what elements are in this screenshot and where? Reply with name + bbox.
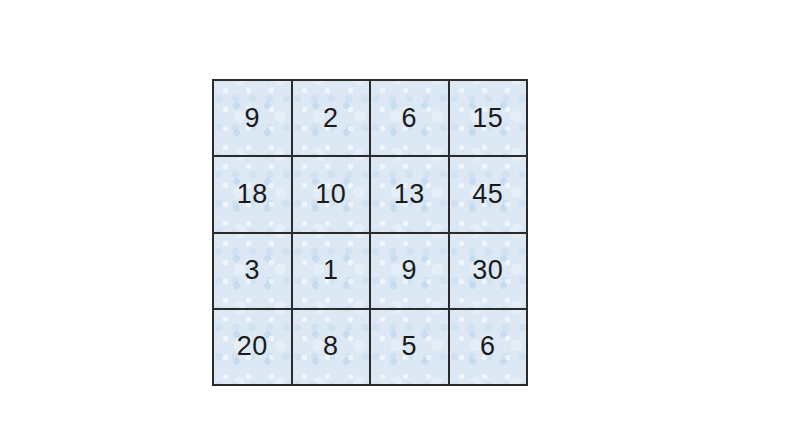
grid-cell-r4c1: 20 <box>214 310 291 384</box>
grid-cell-r3c1: 3 <box>214 234 291 308</box>
grid-cell-r4c3: 5 <box>371 310 448 384</box>
grid-cell-r1c2: 2 <box>293 81 370 155</box>
grid-cell-r1c4: 15 <box>450 81 527 155</box>
grid-cell-r3c2: 1 <box>293 234 370 308</box>
grid-cell-r2c1: 18 <box>214 157 291 231</box>
grid-cell-r2c4: 45 <box>450 157 527 231</box>
grid-cell-r4c2: 8 <box>293 310 370 384</box>
grid-cell-r4c4: 6 <box>450 310 527 384</box>
grid-cell-r2c3: 13 <box>371 157 448 231</box>
number-grid-board: 9 2 6 15 18 10 13 45 3 1 9 30 20 8 5 6 <box>212 79 528 386</box>
grid-cell-r3c3: 9 <box>371 234 448 308</box>
page: 9 2 6 15 18 10 13 45 3 1 9 30 20 8 5 6 <box>0 0 794 447</box>
grid-cell-r1c3: 6 <box>371 81 448 155</box>
grid-cell-r3c4: 30 <box>450 234 527 308</box>
grid-cell-r1c1: 9 <box>214 81 291 155</box>
grid-cell-r2c2: 10 <box>293 157 370 231</box>
